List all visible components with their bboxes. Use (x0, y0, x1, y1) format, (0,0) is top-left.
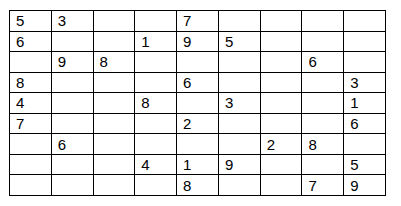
sudoku-cell[interactable]: 9 (344, 175, 385, 195)
sudoku-cell[interactable] (94, 93, 135, 113)
sudoku-cell[interactable] (261, 11, 302, 31)
sudoku-cell[interactable]: 4 (135, 155, 176, 175)
sudoku-cell[interactable]: 6 (177, 73, 218, 93)
sudoku-cell[interactable] (261, 155, 302, 175)
sudoku-cell[interactable]: 8 (10, 73, 51, 93)
sudoku-cell[interactable] (135, 11, 176, 31)
sudoku-cell[interactable] (177, 52, 218, 72)
sudoku-cell[interactable]: 5 (344, 155, 385, 175)
sudoku-cell[interactable] (219, 11, 260, 31)
sudoku-cell[interactable] (94, 134, 135, 154)
sudoku-cell[interactable] (177, 93, 218, 113)
sudoku-cell[interactable]: 4 (10, 93, 51, 113)
sudoku-cell[interactable] (135, 134, 176, 154)
sudoku-cell[interactable] (94, 73, 135, 93)
sudoku-cell[interactable] (94, 32, 135, 52)
sudoku-cell[interactable]: 3 (52, 11, 93, 31)
sudoku-cell[interactable]: 3 (219, 93, 260, 113)
sudoku-cell[interactable] (52, 93, 93, 113)
sudoku-cell[interactable] (302, 93, 343, 113)
sudoku-cell[interactable]: 7 (177, 11, 218, 31)
sudoku-cell[interactable]: 2 (261, 134, 302, 154)
sudoku-cell[interactable]: 5 (10, 11, 51, 31)
sudoku-cell[interactable] (10, 175, 51, 195)
sudoku-cell[interactable] (135, 73, 176, 93)
sudoku-cell[interactable]: 1 (177, 155, 218, 175)
sudoku-cell[interactable] (177, 134, 218, 154)
sudoku-cell[interactable] (302, 155, 343, 175)
sudoku-cell[interactable] (344, 11, 385, 31)
sudoku-cell[interactable] (52, 32, 93, 52)
sudoku-cell[interactable] (94, 11, 135, 31)
sudoku-cell[interactable]: 2 (177, 114, 218, 134)
sudoku-cell[interactable]: 6 (10, 32, 51, 52)
sudoku-cell[interactable] (219, 175, 260, 195)
sudoku-cell[interactable]: 9 (219, 155, 260, 175)
sudoku-cell[interactable]: 6 (52, 134, 93, 154)
sudoku-cell[interactable] (261, 114, 302, 134)
sudoku-cell[interactable] (10, 155, 51, 175)
sudoku-cell[interactable]: 6 (344, 114, 385, 134)
sudoku-cell[interactable] (219, 114, 260, 134)
sudoku-cell[interactable] (302, 11, 343, 31)
sudoku-cell[interactable] (52, 175, 93, 195)
sudoku-cell[interactable]: 6 (302, 52, 343, 72)
sudoku-cell[interactable]: 1 (344, 93, 385, 113)
sudoku-cell[interactable] (52, 114, 93, 134)
sudoku-board: 537619598686348317266284195879 (9, 10, 386, 196)
sudoku-cell[interactable] (94, 155, 135, 175)
sudoku-cell[interactable]: 3 (344, 73, 385, 93)
sudoku-cell[interactable] (52, 73, 93, 93)
sudoku-cell[interactable]: 9 (52, 52, 93, 72)
sudoku-cell[interactable]: 7 (302, 175, 343, 195)
sudoku-cell[interactable] (52, 155, 93, 175)
sudoku-cell[interactable]: 1 (135, 32, 176, 52)
sudoku-cell[interactable] (219, 73, 260, 93)
sudoku-cell[interactable] (261, 52, 302, 72)
sudoku-cell[interactable]: 8 (135, 93, 176, 113)
sudoku-cell[interactable] (261, 175, 302, 195)
sudoku-cell[interactable]: 9 (177, 32, 218, 52)
sudoku-cell[interactable] (94, 114, 135, 134)
sudoku-cell[interactable]: 8 (177, 175, 218, 195)
sudoku-cell[interactable] (344, 134, 385, 154)
sudoku-cell[interactable] (219, 134, 260, 154)
sudoku-cell[interactable] (261, 93, 302, 113)
sudoku-cell[interactable] (94, 175, 135, 195)
sudoku-cell[interactable] (10, 134, 51, 154)
sudoku-cell[interactable]: 8 (302, 134, 343, 154)
sudoku-cell[interactable] (261, 73, 302, 93)
sudoku-cell[interactable] (302, 73, 343, 93)
sudoku-cell[interactable] (135, 175, 176, 195)
sudoku-cell[interactable] (344, 32, 385, 52)
sudoku-cell[interactable]: 5 (219, 32, 260, 52)
sudoku-cell[interactable] (219, 52, 260, 72)
sudoku-cell[interactable] (135, 52, 176, 72)
sudoku-cell[interactable] (302, 32, 343, 52)
sudoku-cell[interactable] (302, 114, 343, 134)
sudoku-cell[interactable]: 7 (10, 114, 51, 134)
sudoku-cell[interactable]: 8 (94, 52, 135, 72)
sudoku-cell[interactable] (261, 32, 302, 52)
sudoku-cell[interactable] (344, 52, 385, 72)
sudoku-cell[interactable] (135, 114, 176, 134)
sudoku-cell[interactable] (10, 52, 51, 72)
